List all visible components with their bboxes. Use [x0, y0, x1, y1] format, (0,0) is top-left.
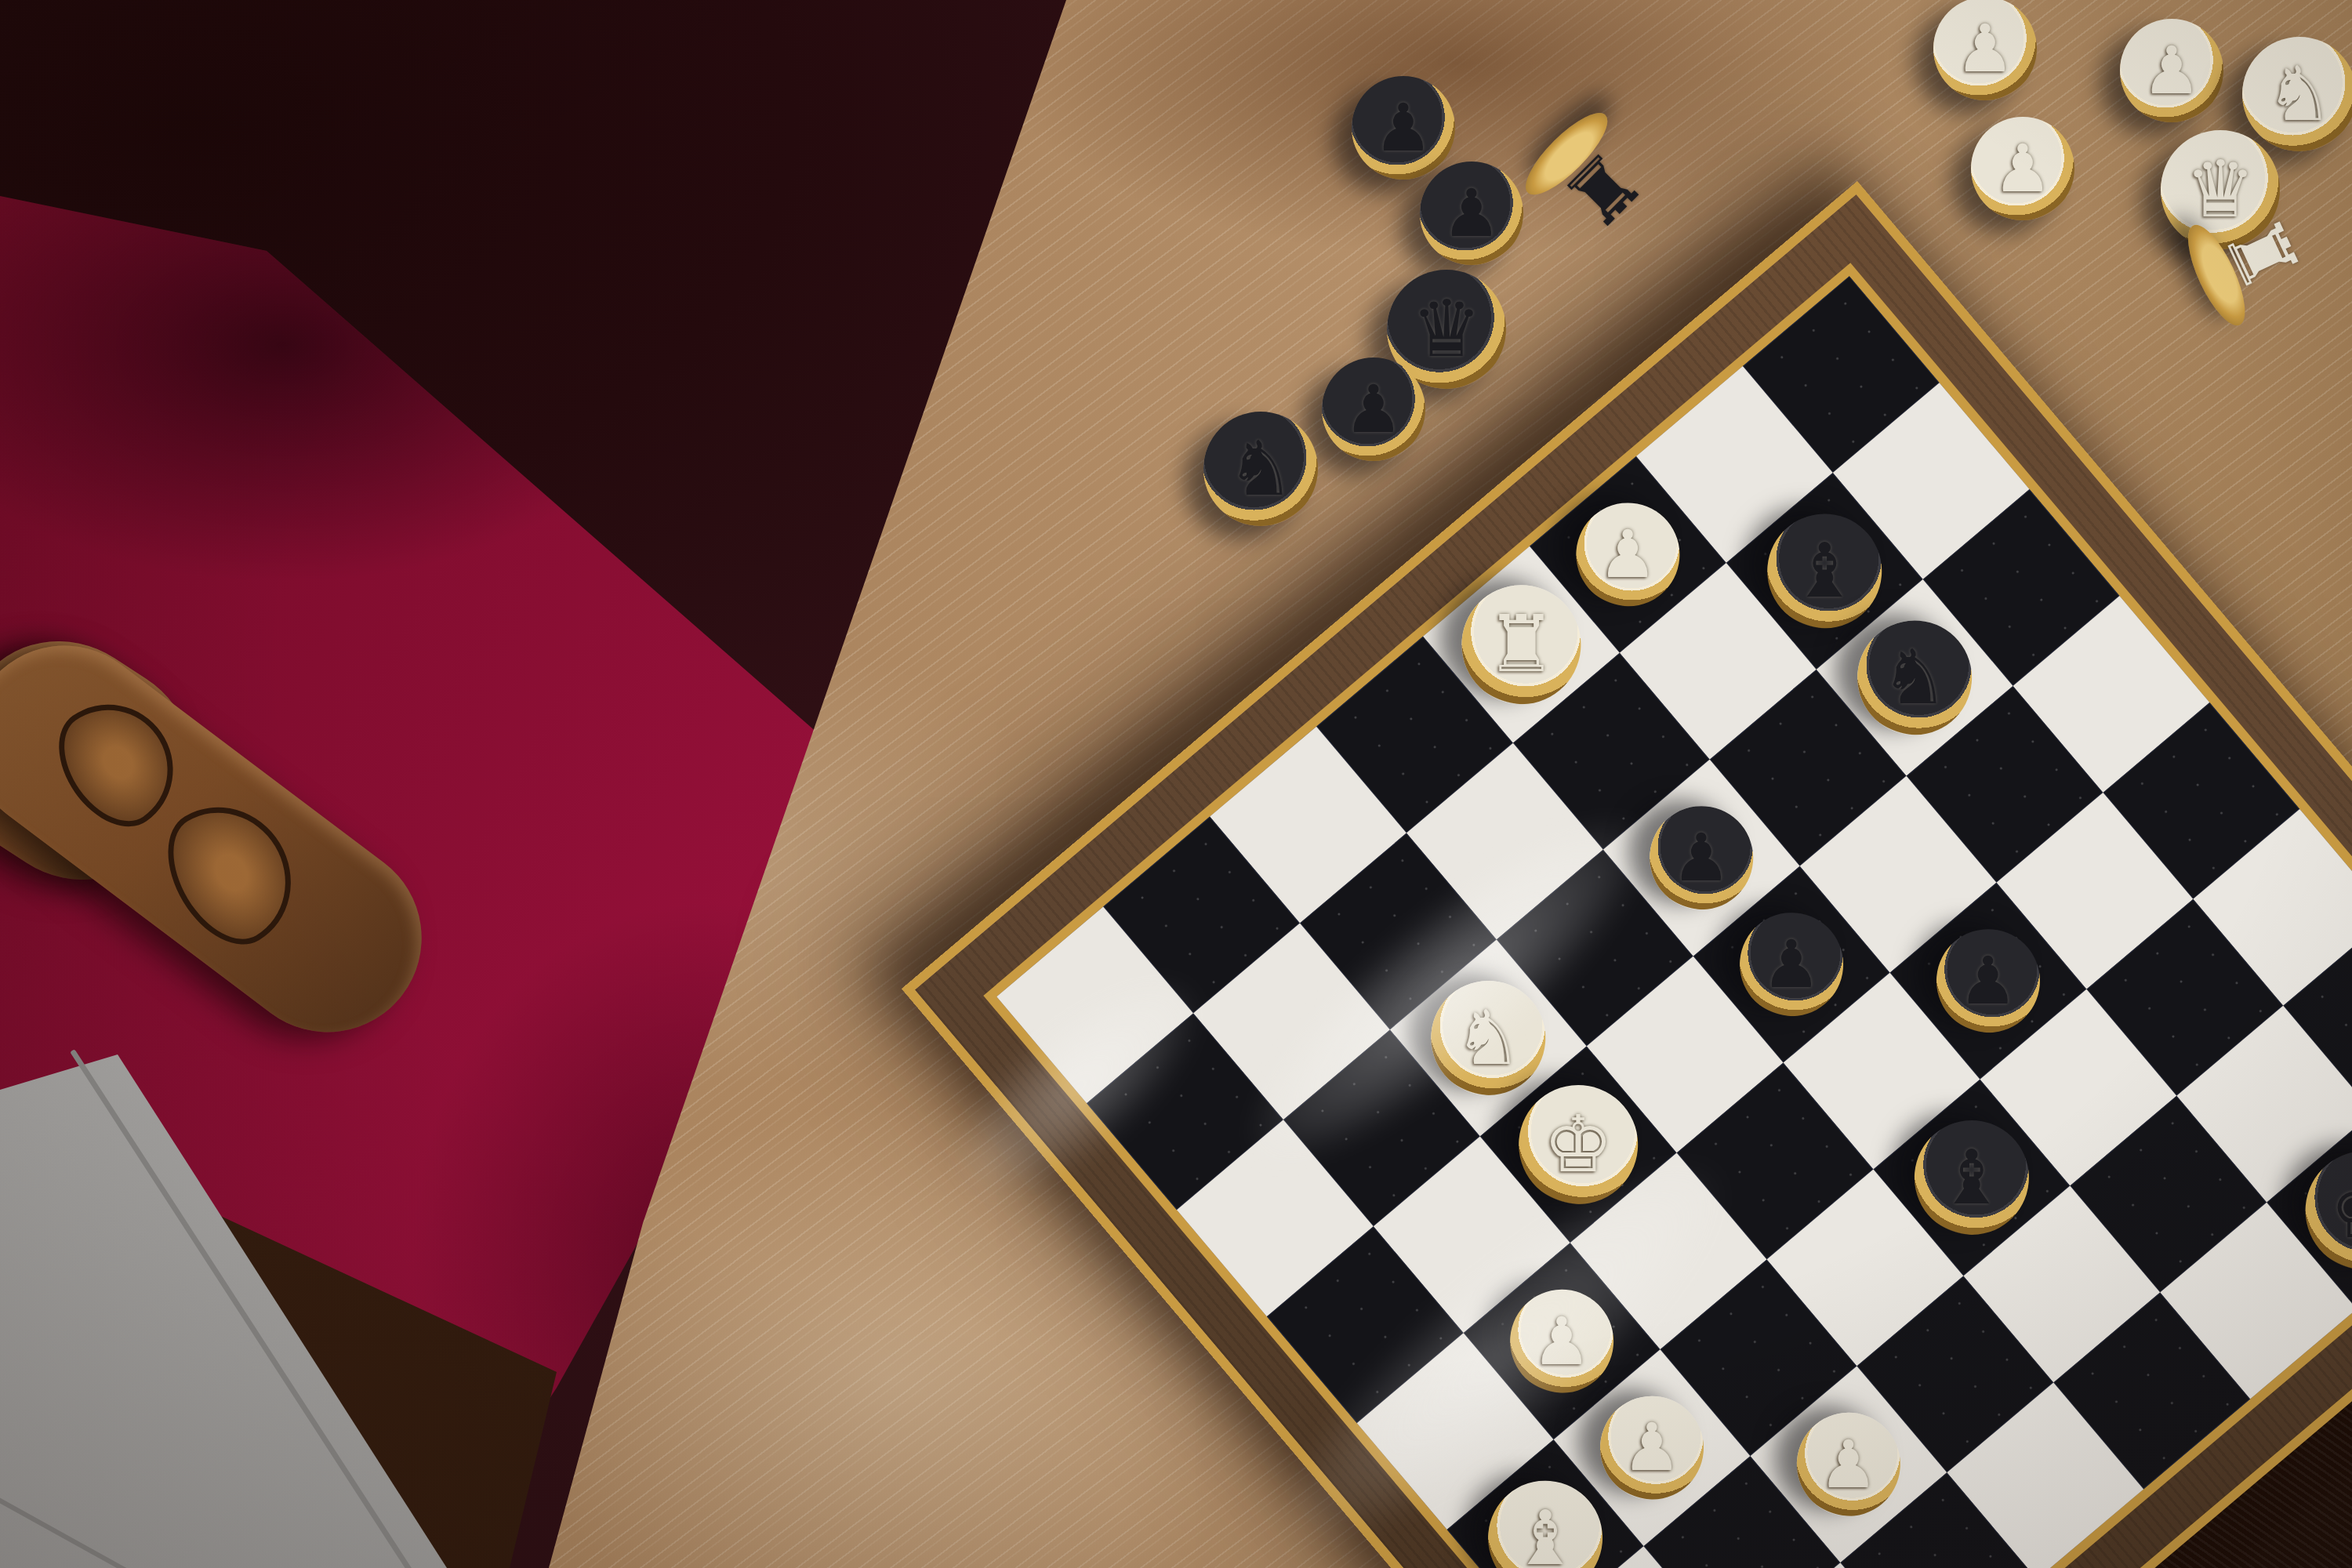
knight-glyph-icon: ♞ [1881, 640, 1948, 715]
pawn-glyph-icon: ♟ [1532, 1308, 1591, 1374]
knight-glyph-icon: ♞ [1227, 431, 1294, 506]
bishop-glyph-icon: ♝ [1791, 533, 1858, 608]
pawn-glyph-icon: ♟ [1993, 136, 2052, 201]
leaf-carving [146, 782, 317, 964]
captured-piece-white-knight[interactable]: ♞ [2242, 37, 2352, 151]
captured-piece-white-pawn[interactable]: ♟ [1933, 0, 2037, 100]
photo-scene: ♝♞♚♟♟♜♟♟♝♞♚♟♟♟♝ ♟♟♜♛♟♞♟♟♞♟♛♜ [0, 0, 2352, 1568]
pawn-glyph-icon: ♟ [1672, 825, 1731, 891]
knight-glyph-icon: ♞ [2266, 56, 2333, 132]
king-glyph-icon: ♚ [1543, 1105, 1613, 1184]
queen-glyph-icon: ♛ [1411, 290, 1482, 368]
captured-piece-black-pawn[interactable]: ♟ [1420, 162, 1523, 265]
pawn-glyph-icon: ♟ [1762, 931, 1820, 997]
captured-piece-white-pawn[interactable]: ♟ [1971, 117, 2074, 220]
bishop-glyph-icon: ♝ [1512, 1501, 1579, 1568]
pawn-glyph-icon: ♟ [1442, 180, 1501, 246]
captured-piece-black-knight[interactable]: ♞ [1203, 412, 1318, 526]
pawn-glyph-icon: ♟ [1958, 948, 2017, 1014]
pawn-glyph-icon: ♟ [1955, 16, 2014, 82]
pawn-glyph-icon: ♟ [1374, 95, 1432, 161]
rook-glyph-icon: ♜ [1486, 605, 1557, 684]
pawn-glyph-icon: ♟ [1599, 521, 1657, 587]
knight-glyph-icon: ♞ [1454, 1000, 1522, 1076]
pawn-glyph-icon: ♟ [1819, 1432, 1878, 1497]
king-glyph-icon: ♚ [2330, 1171, 2352, 1250]
pawn-glyph-icon: ♟ [1622, 1415, 1681, 1481]
captured-piece-black-pawn[interactable]: ♟ [1352, 76, 1455, 180]
bishop-glyph-icon: ♝ [1938, 1140, 2005, 1215]
leaf-carving [38, 680, 198, 845]
pawn-glyph-icon: ♟ [1344, 376, 1403, 442]
pawn-glyph-icon: ♟ [2142, 38, 2201, 103]
captured-piece-white-pawn[interactable]: ♟ [2120, 19, 2223, 122]
captured-piece-black-pawn[interactable]: ♟ [1322, 358, 1425, 461]
